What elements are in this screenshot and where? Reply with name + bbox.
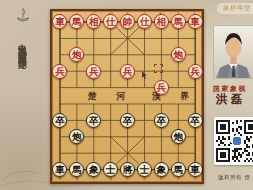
piece-black-soldier[interactable]: 卒 <box>120 113 135 128</box>
presenter-portrait <box>214 26 253 78</box>
piece-red-elephant[interactable]: 相 <box>86 14 101 29</box>
piece-red-cannon[interactable]: 炮 <box>69 47 84 62</box>
cursor-icon <box>141 71 148 80</box>
piece-red-advisor[interactable]: 仕 <box>103 14 118 29</box>
piece-black-advisor[interactable]: 士 <box>137 162 152 177</box>
pieces-grid: 車馬相仕帥仕相馬車炮炮兵兵兵兵兵卒卒卒卒卒炮炮車馬象士將士象馬車 <box>52 14 204 178</box>
piece-red-soldier[interactable]: 兵 <box>86 64 101 79</box>
piece-black-general[interactable]: 將 <box>120 162 135 177</box>
piece-red-general[interactable]: 帥 <box>120 14 135 29</box>
piece-black-horse[interactable]: 馬 <box>171 162 186 177</box>
piece-red-horse[interactable]: 馬 <box>69 14 84 29</box>
piece-black-chariot[interactable]: 車 <box>52 162 67 177</box>
piece-black-soldier[interactable]: 卒 <box>188 113 203 128</box>
piece-black-soldier[interactable]: 卒 <box>86 113 101 128</box>
piece-black-soldier[interactable]: 卒 <box>52 113 67 128</box>
watermark-text: 象棋学堂 <box>223 4 251 13</box>
qr-code <box>214 117 253 165</box>
piece-red-chariot[interactable]: 車 <box>52 14 67 29</box>
piece-red-soldier[interactable]: 兵 <box>52 64 67 79</box>
channel-watermark: 象棋学堂 <box>217 3 253 14</box>
piece-black-elephant[interactable]: 象 <box>154 162 169 177</box>
piece-black-advisor[interactable]: 士 <box>103 162 118 177</box>
presenter-name: 洪磊 <box>216 92 245 107</box>
piece-black-horse[interactable]: 馬 <box>69 162 84 177</box>
piece-red-horse[interactable]: 馬 <box>171 14 186 29</box>
xiangqi-board: 一二三四五六七八九 987654321 楚 河 漢 界 車馬相仕帥仕相馬車炮炮兵… <box>50 9 204 184</box>
piece-red-elephant[interactable]: 相 <box>154 14 169 29</box>
piece-red-chariot[interactable]: 車 <box>188 14 203 29</box>
piece-black-cannon[interactable]: 炮 <box>171 129 186 144</box>
piece-red-soldier[interactable]: 兵 <box>154 80 169 95</box>
piece-red-cannon[interactable]: 炮 <box>171 47 186 62</box>
piece-red-soldier[interactable]: 兵 <box>120 64 135 79</box>
piece-black-soldier[interactable]: 卒 <box>154 113 169 128</box>
piece-black-elephant[interactable]: 象 <box>86 162 101 177</box>
piece-red-soldier[interactable]: 兵 <box>188 64 203 79</box>
video-frame: 中炮抗击仙人指路布局综述 一二三四五六七八九 987654321 楚 河 漢 界… <box>0 0 253 190</box>
piece-black-cannon[interactable]: 炮 <box>69 129 84 144</box>
boat-ink-drawing-icon <box>13 5 33 23</box>
copyright-text: 版权所有 侵 <box>218 174 250 181</box>
piece-black-chariot[interactable]: 車 <box>188 162 203 177</box>
piece-red-advisor[interactable]: 仕 <box>137 14 152 29</box>
presenter-photo <box>213 25 253 79</box>
lesson-title-vertical: 中炮抗击仙人指路布局综述 <box>14 37 29 169</box>
